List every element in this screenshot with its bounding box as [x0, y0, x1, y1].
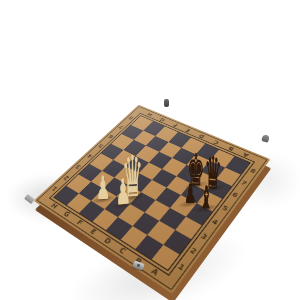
- left-hinge-icon: [24, 194, 35, 204]
- right-latch-icon: [261, 134, 270, 143]
- chess-board: HGFEDCBA 87654321 87654321 HGFEDCBA: [34, 105, 271, 294]
- far-latch-icon: [164, 99, 169, 107]
- board-surface: HGFEDCBA 87654321 87654321 HGFEDCBA: [34, 105, 271, 294]
- product-photo-scene: HGFEDCBA 87654321 87654321 HGFEDCBA ♛♟♟♚…: [0, 0, 300, 300]
